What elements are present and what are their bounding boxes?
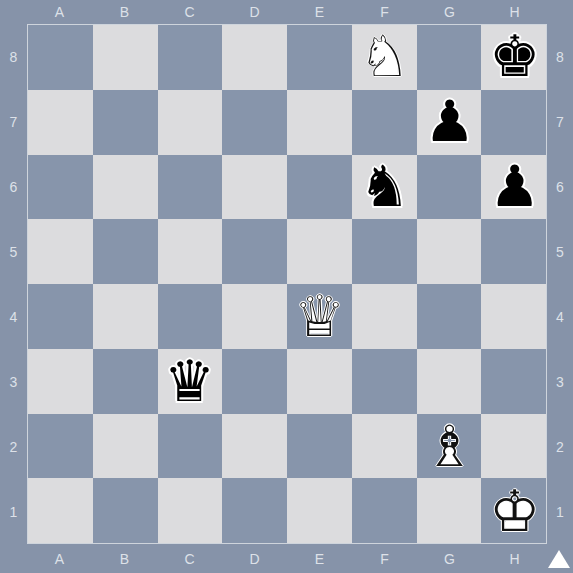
file-label-bottom-h: H xyxy=(482,545,547,573)
piece-white-king-h1[interactable]: ♚♔ xyxy=(482,479,547,544)
white-bishop-outline-glyph: ♗ xyxy=(417,414,482,479)
piece-black-queen-c3[interactable]: ♛ xyxy=(157,349,222,414)
rank-label-right-6: 6 xyxy=(547,154,573,219)
rank-label-left-2: 2 xyxy=(0,414,27,479)
square-d7[interactable] xyxy=(222,90,287,155)
file-label-top-h: H xyxy=(482,0,547,24)
rank-label-right-7: 7 xyxy=(547,89,573,154)
piece-white-bishop-g2[interactable]: ♝♗ xyxy=(417,414,482,479)
rank-label-right-8: 8 xyxy=(547,24,573,89)
white-to-move-indicator xyxy=(548,550,570,568)
square-g6[interactable] xyxy=(417,155,482,220)
square-d5[interactable] xyxy=(222,219,287,284)
square-g8[interactable] xyxy=(417,25,482,90)
rank-label-right-4: 4 xyxy=(547,284,573,349)
piece-white-knight-f8[interactable]: ♞♘ xyxy=(352,24,417,89)
rank-labels-right: 87654321 xyxy=(547,24,573,544)
square-g1[interactable] xyxy=(417,478,482,543)
square-a4[interactable] xyxy=(28,284,93,349)
square-f2[interactable] xyxy=(352,414,417,479)
white-knight-outline-glyph: ♘ xyxy=(352,24,417,89)
white-king-outline-glyph: ♔ xyxy=(482,479,547,544)
square-a3[interactable] xyxy=(28,349,93,414)
rank-label-right-1: 1 xyxy=(547,479,573,544)
square-c5[interactable] xyxy=(158,219,223,284)
square-d2[interactable] xyxy=(222,414,287,479)
square-g4[interactable] xyxy=(417,284,482,349)
white-queen-outline-glyph: ♕ xyxy=(287,284,352,349)
square-g5[interactable] xyxy=(417,219,482,284)
piece-black-knight-f6[interactable]: ♞ xyxy=(352,154,417,219)
rank-label-left-6: 6 xyxy=(0,154,27,219)
black-pawn-glyph: ♟ xyxy=(417,89,482,154)
square-f7[interactable] xyxy=(352,90,417,155)
square-a5[interactable] xyxy=(28,219,93,284)
file-label-bottom-c: C xyxy=(157,545,222,573)
square-f3[interactable] xyxy=(352,349,417,414)
rank-label-left-7: 7 xyxy=(0,89,27,154)
piece-black-pawn-h6[interactable]: ♟ xyxy=(482,154,547,219)
black-knight-glyph: ♞ xyxy=(352,154,417,219)
chess-board: ♞♘♚♟♞♟♛♕♛♝♗♚♔ xyxy=(27,24,547,544)
rank-label-left-1: 1 xyxy=(0,479,27,544)
square-d3[interactable] xyxy=(222,349,287,414)
square-e5[interactable] xyxy=(287,219,352,284)
file-labels-bottom: ABCDEFGH xyxy=(27,545,547,573)
piece-black-pawn-g7[interactable]: ♟ xyxy=(417,89,482,154)
square-d4[interactable] xyxy=(222,284,287,349)
square-c4[interactable] xyxy=(158,284,223,349)
square-h2[interactable] xyxy=(481,414,546,479)
black-pawn-glyph: ♟ xyxy=(482,154,547,219)
square-d6[interactable] xyxy=(222,155,287,220)
rank-labels-left: 87654321 xyxy=(0,24,27,544)
square-f1[interactable] xyxy=(352,478,417,543)
square-b2[interactable] xyxy=(93,414,158,479)
black-king-glyph: ♚ xyxy=(482,24,547,89)
square-e6[interactable] xyxy=(287,155,352,220)
square-a7[interactable] xyxy=(28,90,93,155)
square-e8[interactable] xyxy=(287,25,352,90)
file-label-top-f: F xyxy=(352,0,417,24)
square-c8[interactable] xyxy=(158,25,223,90)
square-a2[interactable] xyxy=(28,414,93,479)
file-label-top-d: D xyxy=(222,0,287,24)
rank-label-right-3: 3 xyxy=(547,349,573,414)
file-label-top-c: C xyxy=(157,0,222,24)
square-e3[interactable] xyxy=(287,349,352,414)
rank-label-right-5: 5 xyxy=(547,219,573,284)
square-h7[interactable] xyxy=(481,90,546,155)
square-h3[interactable] xyxy=(481,349,546,414)
square-a1[interactable] xyxy=(28,478,93,543)
rank-label-right-2: 2 xyxy=(547,414,573,479)
square-e2[interactable] xyxy=(287,414,352,479)
square-e1[interactable] xyxy=(287,478,352,543)
piece-white-queen-e4[interactable]: ♛♕ xyxy=(287,284,352,349)
square-h5[interactable] xyxy=(481,219,546,284)
square-b8[interactable] xyxy=(93,25,158,90)
file-label-bottom-e: E xyxy=(287,545,352,573)
square-c2[interactable] xyxy=(158,414,223,479)
file-label-top-a: A xyxy=(27,0,92,24)
file-label-top-e: E xyxy=(287,0,352,24)
file-label-top-b: B xyxy=(92,0,157,24)
file-label-bottom-g: G xyxy=(417,545,482,573)
square-b4[interactable] xyxy=(93,284,158,349)
square-a6[interactable] xyxy=(28,155,93,220)
square-b5[interactable] xyxy=(93,219,158,284)
square-b3[interactable] xyxy=(93,349,158,414)
square-e7[interactable] xyxy=(287,90,352,155)
black-queen-glyph: ♛ xyxy=(157,349,222,414)
square-d8[interactable] xyxy=(222,25,287,90)
square-f5[interactable] xyxy=(352,219,417,284)
file-label-bottom-f: F xyxy=(352,545,417,573)
file-label-bottom-b: B xyxy=(92,545,157,573)
piece-black-king-h8[interactable]: ♚ xyxy=(482,24,547,89)
rank-label-left-5: 5 xyxy=(0,219,27,284)
square-d1[interactable] xyxy=(222,478,287,543)
chess-diagram: ABCDEFGH ABCDEFGH 87654321 87654321 ♞♘♚♟… xyxy=(0,0,573,573)
square-f4[interactable] xyxy=(352,284,417,349)
file-label-bottom-a: A xyxy=(27,545,92,573)
square-c1[interactable] xyxy=(158,478,223,543)
file-labels-top: ABCDEFGH xyxy=(27,0,547,24)
square-c7[interactable] xyxy=(158,90,223,155)
square-b1[interactable] xyxy=(93,478,158,543)
square-h4[interactable] xyxy=(481,284,546,349)
square-b6[interactable] xyxy=(93,155,158,220)
file-label-top-g: G xyxy=(417,0,482,24)
rank-label-left-8: 8 xyxy=(0,24,27,89)
square-b7[interactable] xyxy=(93,90,158,155)
square-c6[interactable] xyxy=(158,155,223,220)
rank-label-left-3: 3 xyxy=(0,349,27,414)
square-g3[interactable] xyxy=(417,349,482,414)
rank-label-left-4: 4 xyxy=(0,284,27,349)
file-label-bottom-d: D xyxy=(222,545,287,573)
square-a8[interactable] xyxy=(28,25,93,90)
